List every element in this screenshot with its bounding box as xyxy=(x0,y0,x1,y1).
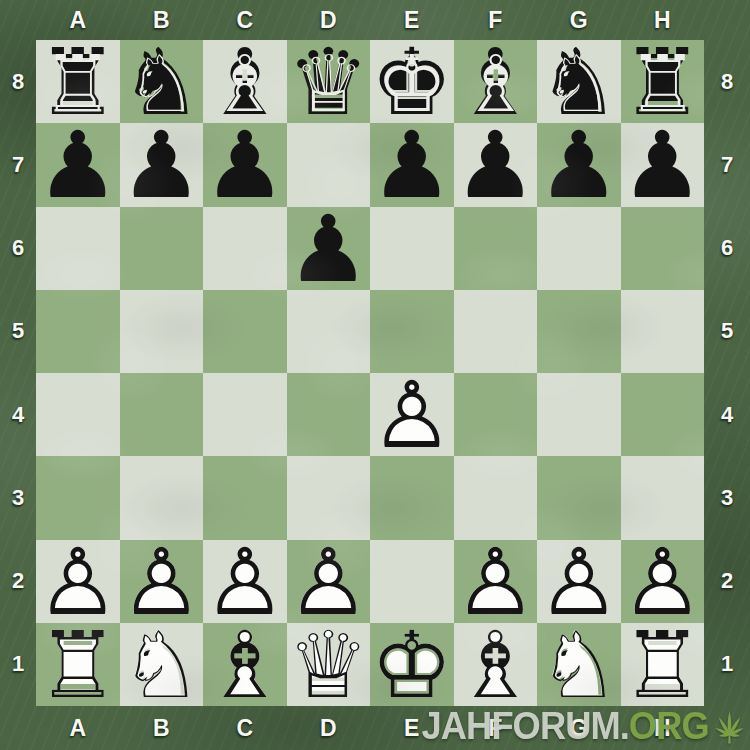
square-b4[interactable] xyxy=(120,373,204,456)
square-g1[interactable]: ♞♘ xyxy=(537,623,621,706)
rank-label-5: 5 xyxy=(0,290,36,373)
square-h8[interactable]: ♜♖ xyxy=(621,40,705,123)
square-h4[interactable] xyxy=(621,373,705,456)
white-bishop: ♝♗ xyxy=(454,623,538,706)
square-d8[interactable]: ♛♕ xyxy=(287,40,371,123)
square-a6[interactable] xyxy=(36,207,120,290)
cannabis-leaf-icon xyxy=(710,704,749,748)
rank-label-2: 2 xyxy=(0,540,36,623)
white-rook: ♜♖ xyxy=(621,623,705,706)
rank-label-6: 6 xyxy=(0,207,36,290)
white-pawn: ♟♙ xyxy=(203,540,287,623)
square-h3[interactable] xyxy=(621,456,705,539)
square-e3[interactable] xyxy=(370,456,454,539)
square-b6[interactable] xyxy=(120,207,204,290)
square-b2[interactable]: ♟♙ xyxy=(120,540,204,623)
black-rook: ♜♖ xyxy=(621,40,705,123)
square-b8[interactable]: ♞♘ xyxy=(120,40,204,123)
square-g4[interactable] xyxy=(537,373,621,456)
rank-label-4: 4 xyxy=(0,373,36,456)
square-h7[interactable]: ♟ xyxy=(621,123,705,206)
square-a1[interactable]: ♜♖ xyxy=(36,623,120,706)
square-c2[interactable]: ♟♙ xyxy=(203,540,287,623)
white-pawn: ♟♙ xyxy=(370,373,454,456)
square-b5[interactable] xyxy=(120,290,204,373)
rank-label-8: 8 xyxy=(0,40,36,123)
black-pawn: ♟ xyxy=(36,123,120,206)
square-g8[interactable]: ♞♘ xyxy=(537,40,621,123)
white-king: ♚♔ xyxy=(370,623,454,706)
square-h1[interactable]: ♜♖ xyxy=(621,623,705,706)
white-pawn: ♟♙ xyxy=(621,540,705,623)
black-pawn: ♟ xyxy=(120,123,204,206)
square-d7[interactable] xyxy=(287,123,371,206)
square-a8[interactable]: ♜♖ xyxy=(36,40,120,123)
board: ♜♖♞♘♝♗♛♕♚♔♝♗♞♘♜♖♟♟♟♟♟♟♟♟♟♙♟♙♟♙♟♙♟♙♟♙♟♙♟♙… xyxy=(36,40,704,706)
rank-label-4: 4 xyxy=(704,373,750,456)
square-h2[interactable]: ♟♙ xyxy=(621,540,705,623)
square-b3[interactable] xyxy=(120,456,204,539)
square-e8[interactable]: ♚♔ xyxy=(370,40,454,123)
square-d5[interactable] xyxy=(287,290,371,373)
black-knight: ♞♘ xyxy=(120,40,204,123)
square-e4[interactable]: ♟♙ xyxy=(370,373,454,456)
rank-label-1: 1 xyxy=(0,623,36,706)
rank-label-5: 5 xyxy=(704,290,750,373)
black-pawn: ♟ xyxy=(287,207,371,290)
square-f2[interactable]: ♟♙ xyxy=(454,540,538,623)
square-b1[interactable]: ♞♘ xyxy=(120,623,204,706)
square-c8[interactable]: ♝♗ xyxy=(203,40,287,123)
square-e5[interactable] xyxy=(370,290,454,373)
square-g6[interactable] xyxy=(537,207,621,290)
black-pawn: ♟ xyxy=(454,123,538,206)
rank-label-7: 7 xyxy=(0,123,36,206)
square-e2[interactable] xyxy=(370,540,454,623)
rank-label-3: 3 xyxy=(704,456,750,539)
white-queen: ♛♕ xyxy=(287,623,371,706)
black-bishop: ♝♗ xyxy=(203,40,287,123)
square-d2[interactable]: ♟♙ xyxy=(287,540,371,623)
square-c5[interactable] xyxy=(203,290,287,373)
square-d1[interactable]: ♛♕ xyxy=(287,623,371,706)
rank-labels-left: 87654321 xyxy=(0,40,36,706)
square-g5[interactable] xyxy=(537,290,621,373)
square-e1[interactable]: ♚♔ xyxy=(370,623,454,706)
square-f7[interactable]: ♟ xyxy=(454,123,538,206)
square-a2[interactable]: ♟♙ xyxy=(36,540,120,623)
white-pawn: ♟♙ xyxy=(120,540,204,623)
square-d4[interactable] xyxy=(287,373,371,456)
rank-label-8: 8 xyxy=(704,40,750,123)
square-c7[interactable]: ♟ xyxy=(203,123,287,206)
black-queen: ♛♕ xyxy=(287,40,371,123)
square-f8[interactable]: ♝♗ xyxy=(454,40,538,123)
black-pawn: ♟ xyxy=(370,123,454,206)
square-a4[interactable] xyxy=(36,373,120,456)
square-h5[interactable] xyxy=(621,290,705,373)
square-a5[interactable] xyxy=(36,290,120,373)
rank-label-3: 3 xyxy=(0,456,36,539)
black-rook: ♜♖ xyxy=(36,40,120,123)
square-f5[interactable] xyxy=(454,290,538,373)
rank-label-6: 6 xyxy=(704,207,750,290)
rank-label-7: 7 xyxy=(704,123,750,206)
square-h6[interactable] xyxy=(621,207,705,290)
white-pawn: ♟♙ xyxy=(454,540,538,623)
black-pawn: ♟ xyxy=(621,123,705,206)
white-knight: ♞♘ xyxy=(120,623,204,706)
black-bishop: ♝♗ xyxy=(454,40,538,123)
square-e7[interactable]: ♟ xyxy=(370,123,454,206)
square-f1[interactable]: ♝♗ xyxy=(454,623,538,706)
square-f3[interactable] xyxy=(454,456,538,539)
white-pawn: ♟♙ xyxy=(287,540,371,623)
square-a3[interactable] xyxy=(36,456,120,539)
square-f6[interactable] xyxy=(454,207,538,290)
square-f4[interactable] xyxy=(454,373,538,456)
square-g2[interactable]: ♟♙ xyxy=(537,540,621,623)
black-pawn: ♟ xyxy=(203,123,287,206)
square-d6[interactable]: ♟ xyxy=(287,207,371,290)
rank-label-2: 2 xyxy=(704,540,750,623)
square-b7[interactable]: ♟ xyxy=(120,123,204,206)
square-g3[interactable] xyxy=(537,456,621,539)
black-king: ♚♔ xyxy=(370,40,454,123)
white-pawn: ♟♙ xyxy=(36,540,120,623)
square-e6[interactable] xyxy=(370,207,454,290)
black-knight: ♞♘ xyxy=(537,40,621,123)
white-rook: ♜♖ xyxy=(36,623,120,706)
rank-label-1: 1 xyxy=(704,623,750,706)
rank-labels-right: 87654321 xyxy=(704,40,750,706)
square-d3[interactable] xyxy=(287,456,371,539)
square-c1[interactable]: ♝♗ xyxy=(203,623,287,706)
white-bishop: ♝♗ xyxy=(203,623,287,706)
square-g7[interactable]: ♟ xyxy=(537,123,621,206)
square-a7[interactable]: ♟ xyxy=(36,123,120,206)
black-pawn: ♟ xyxy=(537,123,621,206)
white-knight: ♞♘ xyxy=(537,623,621,706)
square-c4[interactable] xyxy=(203,373,287,456)
square-c6[interactable] xyxy=(203,207,287,290)
white-pawn: ♟♙ xyxy=(537,540,621,623)
square-c3[interactable] xyxy=(203,456,287,539)
